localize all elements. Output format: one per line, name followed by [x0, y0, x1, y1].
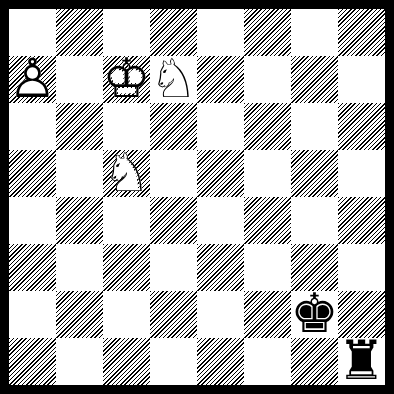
square-b6[interactable] — [56, 103, 103, 150]
square-a5[interactable] — [9, 150, 56, 197]
square-g4[interactable] — [291, 197, 338, 244]
white-knight-icon: ♘ — [102, 148, 150, 195]
square-g6[interactable] — [291, 103, 338, 150]
square-h5[interactable] — [338, 150, 385, 197]
square-c3[interactable] — [103, 244, 150, 291]
square-e7[interactable] — [197, 56, 244, 103]
square-a2[interactable] — [9, 291, 56, 338]
square-e2[interactable] — [197, 291, 244, 338]
square-g7[interactable] — [291, 56, 338, 103]
square-h6[interactable] — [338, 103, 385, 150]
square-h4[interactable] — [338, 197, 385, 244]
square-d3[interactable] — [150, 244, 197, 291]
square-g2[interactable]: ♚ — [291, 291, 338, 338]
square-b5[interactable] — [56, 150, 103, 197]
square-f6[interactable] — [244, 103, 291, 150]
white-knight-icon: ♘ — [149, 54, 197, 101]
square-a1[interactable] — [9, 338, 56, 385]
square-f1[interactable] — [244, 338, 291, 385]
square-d5[interactable] — [150, 150, 197, 197]
square-b2[interactable] — [56, 291, 103, 338]
chess-board: ♟♙♚♔♞♘♞♘♚♜ — [9, 9, 385, 385]
square-b1[interactable] — [56, 338, 103, 385]
square-f4[interactable] — [244, 197, 291, 244]
square-e3[interactable] — [197, 244, 244, 291]
white-knight-piece[interactable]: ♞♘ — [150, 56, 197, 103]
square-g8[interactable] — [291, 9, 338, 56]
square-g5[interactable] — [291, 150, 338, 197]
square-e8[interactable] — [197, 9, 244, 56]
black-king-piece[interactable]: ♚ — [291, 291, 338, 338]
square-e4[interactable] — [197, 197, 244, 244]
square-d1[interactable] — [150, 338, 197, 385]
square-e6[interactable] — [197, 103, 244, 150]
square-b4[interactable] — [56, 197, 103, 244]
square-e5[interactable] — [197, 150, 244, 197]
square-d6[interactable] — [150, 103, 197, 150]
square-d7[interactable]: ♞♘ — [150, 56, 197, 103]
board-frame: ♟♙♚♔♞♘♞♘♚♜ — [0, 0, 394, 394]
square-c2[interactable] — [103, 291, 150, 338]
black-rook-icon: ♜ — [337, 336, 385, 383]
square-c1[interactable] — [103, 338, 150, 385]
square-a4[interactable] — [9, 197, 56, 244]
square-d2[interactable] — [150, 291, 197, 338]
square-b3[interactable] — [56, 244, 103, 291]
square-d4[interactable] — [150, 197, 197, 244]
square-a7[interactable]: ♟♙ — [9, 56, 56, 103]
square-f5[interactable] — [244, 150, 291, 197]
square-c7[interactable]: ♚♔ — [103, 56, 150, 103]
white-pawn-icon: ♙ — [8, 54, 56, 101]
square-a3[interactable] — [9, 244, 56, 291]
black-king-icon: ♚ — [290, 289, 338, 336]
square-h7[interactable] — [338, 56, 385, 103]
square-a6[interactable] — [9, 103, 56, 150]
black-rook-piece[interactable]: ♜ — [338, 338, 385, 385]
white-king-piece[interactable]: ♚♔ — [103, 56, 150, 103]
square-b8[interactable] — [56, 9, 103, 56]
square-f8[interactable] — [244, 9, 291, 56]
square-e1[interactable] — [197, 338, 244, 385]
square-g1[interactable] — [291, 338, 338, 385]
square-f2[interactable] — [244, 291, 291, 338]
square-f3[interactable] — [244, 244, 291, 291]
square-h8[interactable] — [338, 9, 385, 56]
square-h1[interactable]: ♜ — [338, 338, 385, 385]
square-c5[interactable]: ♞♘ — [103, 150, 150, 197]
white-king-icon: ♔ — [102, 54, 150, 101]
white-pawn-piece[interactable]: ♟♙ — [9, 56, 56, 103]
square-b7[interactable] — [56, 56, 103, 103]
square-h3[interactable] — [338, 244, 385, 291]
square-f7[interactable] — [244, 56, 291, 103]
white-knight-piece[interactable]: ♞♘ — [103, 150, 150, 197]
square-c4[interactable] — [103, 197, 150, 244]
